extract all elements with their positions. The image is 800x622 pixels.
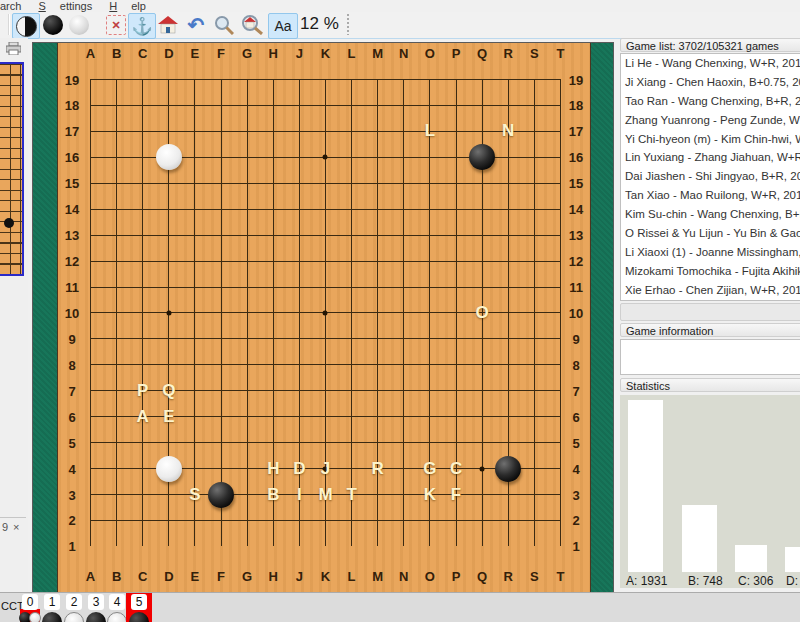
delete-x-button[interactable]: ✕ <box>106 15 126 35</box>
stat-bar-A <box>628 400 663 572</box>
coord-col-bottom: H <box>269 569 278 584</box>
magnifier-home-icon <box>241 15 263 35</box>
mini-stone-black <box>4 218 14 228</box>
printer-icon[interactable] <box>6 42 21 55</box>
continuation-label-J[interactable]: J <box>321 459 330 479</box>
bottom-move-bar: CCT 012345 <box>0 592 800 622</box>
coord-row-right: 4 <box>572 461 579 476</box>
coord-col-bottom: G <box>242 569 252 584</box>
continuation-label-P[interactable]: P <box>137 381 148 401</box>
coord-col-top: T <box>556 46 564 61</box>
stat-bar-D <box>785 547 800 572</box>
go-board-panel: AABBCCDDEEFFGGHHJJKKLLMMNNOOPPQQRRSSTT19… <box>32 42 614 594</box>
coord-row-left: 3 <box>68 487 75 502</box>
coord-col-bottom: L <box>348 569 356 584</box>
coord-col-bottom: O <box>425 569 435 584</box>
coord-row-left: 6 <box>68 409 75 424</box>
toolbar-separator <box>8 14 10 35</box>
anchor-button[interactable]: ⚓ <box>128 13 156 39</box>
coord-row-right: 17 <box>569 124 583 139</box>
game-list-item[interactable]: Tan Xiao - Mao Ruilong, W+R, 2019- <box>621 186 800 205</box>
sidebar-pane-header: 9 × <box>0 521 26 535</box>
statistics-chart: A: 1931B: 748C: 306D: <box>620 395 800 588</box>
pane-partial-text: 9 <box>2 521 8 533</box>
coord-col-bottom: D <box>164 569 173 584</box>
game-list-item[interactable]: Mizokami Tomochika - Fujita Akihiko <box>621 262 800 281</box>
coord-row-left: 7 <box>68 383 75 398</box>
coord-col-bottom: C <box>138 569 147 584</box>
continuation-label-B[interactable]: B <box>267 485 279 505</box>
sidebar-divider <box>0 517 26 518</box>
continuation-label-A[interactable]: A <box>137 407 149 427</box>
game-list-item[interactable]: Lin Yuxiang - Zhang Jiahuan, W+R, 20 <box>621 148 800 167</box>
stone-black[interactable] <box>469 144 495 170</box>
coord-row-left: 9 <box>68 331 75 346</box>
coord-col-bottom: Q <box>477 569 487 584</box>
coord-col-bottom: R <box>504 569 513 584</box>
coord-col-top: A <box>86 46 95 61</box>
continuation-label-G[interactable]: G <box>423 459 436 479</box>
coord-col-bottom: B <box>112 569 121 584</box>
coord-row-right: 7 <box>572 383 579 398</box>
game-list-item[interactable]: Li Xiaoxi (1) - Joanne Missingham, W <box>621 243 800 262</box>
continuation-label-L[interactable]: L <box>425 121 435 141</box>
half-stone-toggle-button[interactable] <box>12 13 40 39</box>
star-point <box>323 310 328 315</box>
coord-col-bottom: K <box>321 569 330 584</box>
tab-stone-white <box>29 612 41 622</box>
coord-col-top: L <box>348 46 356 61</box>
font-button[interactable]: Aa <box>268 13 298 39</box>
magnifier-icon <box>214 15 234 35</box>
coord-row-right: 19 <box>569 72 583 87</box>
coord-row-right: 8 <box>572 357 579 372</box>
continuation-label-O[interactable]: O <box>476 303 489 323</box>
coord-row-right: 6 <box>572 409 579 424</box>
coord-row-right: 5 <box>572 435 579 450</box>
coord-col-top: K <box>321 46 330 61</box>
coord-row-left: 11 <box>65 280 79 295</box>
move-tab-5[interactable]: 5 <box>131 594 147 610</box>
coord-col-top: D <box>164 46 173 61</box>
coord-row-right: 18 <box>569 98 583 113</box>
font-aa-label: Aa <box>274 18 291 34</box>
coord-col-top: Q <box>477 46 487 61</box>
black-stone-button[interactable] <box>40 13 66 37</box>
coord-col-top: C <box>138 46 147 61</box>
continuation-label-M[interactable]: M <box>318 485 332 505</box>
home-button[interactable] <box>155 13 181 37</box>
white-stone-button[interactable] <box>66 13 92 37</box>
coord-row-left: 4 <box>68 461 75 476</box>
coord-col-top: O <box>425 46 435 61</box>
coord-row-right: 16 <box>569 150 583 165</box>
continuation-label-F[interactable]: F <box>451 485 461 505</box>
coord-col-top: J <box>296 46 303 61</box>
game-list-item[interactable]: Li He - Wang Chenxing, W+R, 2019-0 <box>621 54 800 73</box>
half-stone-icon <box>16 16 37 37</box>
coord-row-left: 5 <box>68 435 75 450</box>
stat-bar-B <box>682 505 717 572</box>
tab-stone-white <box>64 612 84 622</box>
stone-black[interactable] <box>495 456 521 482</box>
game-list-item[interactable]: Xie Erhao - Chen Zijian, W+R, 2019-0 <box>621 281 800 300</box>
continuation-label-Q[interactable]: Q <box>162 381 175 401</box>
home-icon <box>158 16 178 34</box>
coord-row-left: 2 <box>68 513 75 528</box>
tab-stone-white <box>107 612 127 622</box>
coord-col-top: G <box>242 46 252 61</box>
continuation-label-T[interactable]: T <box>346 485 356 505</box>
coord-row-left: 10 <box>65 305 79 320</box>
coord-row-right: 3 <box>572 487 579 502</box>
coord-col-bottom: N <box>399 569 408 584</box>
continuation-label-I[interactable]: I <box>297 485 302 505</box>
coord-col-bottom: M <box>372 569 383 584</box>
move-tab-0[interactable]: 0 <box>22 594 38 610</box>
coord-row-left: 19 <box>65 72 79 87</box>
stone-white[interactable] <box>156 456 182 482</box>
tab-stone-black <box>42 612 62 622</box>
undo-button[interactable]: ↶ <box>183 13 209 37</box>
white-stone-icon <box>69 15 89 35</box>
coord-row-left: 18 <box>65 98 79 113</box>
zoom-button[interactable] <box>211 13 237 37</box>
menu-item-help[interactable]: Help <box>109 0 146 12</box>
coord-row-left: 16 <box>65 150 79 165</box>
toolbar: ✕ ⚓ ↶ Aa 12 % <box>0 12 800 39</box>
tab-stone-black <box>86 612 106 622</box>
stone-white[interactable] <box>156 144 182 170</box>
toolbar-handle[interactable] <box>347 14 349 35</box>
statistics-header[interactable]: Statistics <box>620 378 800 392</box>
coord-col-top: H <box>269 46 278 61</box>
coord-col-bottom: S <box>530 569 539 584</box>
stone-black[interactable] <box>208 482 234 508</box>
coord-row-left: 14 <box>65 202 79 217</box>
pane-close-icon[interactable]: × <box>13 521 19 533</box>
left-sidebar: 9 × <box>0 38 28 622</box>
pattern-search-button[interactable] <box>239 13 265 37</box>
game-information-header[interactable]: Game information <box>620 323 800 337</box>
continuation-label-E[interactable]: E <box>163 407 174 427</box>
star-point <box>480 466 485 471</box>
coord-row-right: 13 <box>569 228 583 243</box>
coord-col-top: M <box>372 46 383 61</box>
coord-col-top: E <box>191 46 200 61</box>
black-stone-icon <box>43 15 63 35</box>
collapsed-section[interactable] <box>620 303 800 321</box>
zoom-level-label: 12 % <box>300 14 339 34</box>
coord-row-right: 12 <box>569 254 583 269</box>
pattern-thumbnail[interactable] <box>0 62 24 276</box>
coord-col-top: R <box>504 46 513 61</box>
game-list-header[interactable]: Game list: 3702/105321 games <box>620 38 800 52</box>
continuation-label-N[interactable]: N <box>502 121 514 141</box>
continuation-label-K[interactable]: K <box>424 485 436 505</box>
stat-bar-C <box>735 545 767 572</box>
game-list-item[interactable]: Tao Ran - Wang Chenxing, B+R, 2019 <box>621 92 800 111</box>
coord-col-bottom: F <box>217 569 225 584</box>
game-list-item[interactable]: Yi Chi-hyeon (m) - Kim Chin-hwi, W+ <box>621 130 800 149</box>
stat-bar-label-D: D: <box>786 574 798 588</box>
go-board[interactable]: AABBCCDDEEFFGGHHJJKKLLMMNNOOPPQQRRSSTT19… <box>57 43 591 593</box>
anchor-icon: ⚓ <box>131 18 152 35</box>
menu-item-settings[interactable]: Settings <box>38 0 92 12</box>
coord-row-right: 1 <box>572 539 579 554</box>
coord-row-right: 14 <box>569 202 583 217</box>
coord-col-bottom: A <box>86 569 95 584</box>
continuation-label-R[interactable]: R <box>372 459 384 479</box>
coord-col-top: F <box>217 46 225 61</box>
coord-row-right: 15 <box>569 176 583 191</box>
coord-row-right: 2 <box>572 513 579 528</box>
stat-bar-label-B: B: 748 <box>688 574 723 588</box>
coord-row-right: 11 <box>569 280 583 295</box>
coord-row-left: 8 <box>68 357 75 372</box>
coord-col-top: P <box>452 46 461 61</box>
continuation-label-C[interactable]: C <box>450 459 462 479</box>
x-icon: ✕ <box>111 19 120 32</box>
coord-col-bottom: P <box>452 569 461 584</box>
star-point <box>323 155 328 160</box>
coord-col-bottom: T <box>556 569 564 584</box>
menu-bar: arch Settings Help <box>0 0 800 12</box>
game-list-item[interactable]: Kim Su-chin - Wang Chenxing, B+R, 2 <box>621 205 800 224</box>
menu-item-search[interactable]: arch <box>0 0 21 12</box>
game-list-item[interactable]: O Rissei & Yu Lijun - Yu Bin & Gao Xi <box>621 224 800 243</box>
continuation-label-D[interactable]: D <box>293 459 305 479</box>
coord-col-top: B <box>112 46 121 61</box>
undo-arrow-icon: ↶ <box>188 15 205 35</box>
continuation-label-S[interactable]: S <box>189 485 200 505</box>
coord-row-left: 17 <box>65 124 79 139</box>
coord-col-bottom: E <box>191 569 200 584</box>
move-tab-2[interactable]: 2 <box>66 594 82 610</box>
coord-row-right: 9 <box>572 331 579 346</box>
coord-col-top: S <box>530 46 539 61</box>
coord-col-bottom: J <box>296 569 303 584</box>
coord-row-left: 13 <box>65 228 79 243</box>
stat-bar-label-C: C: 306 <box>738 574 773 588</box>
continuation-label-H[interactable]: H <box>267 459 279 479</box>
coord-col-top: N <box>399 46 408 61</box>
game-list-item[interactable]: Dai Jiashen - Shi Jingyao, B+R, 2019- <box>621 167 800 186</box>
game-list: Li He - Wang Chenxing, W+R, 2019-0Ji Xia… <box>620 53 800 301</box>
stat-bar-label-A: A: 1931 <box>626 574 667 588</box>
coord-row-left: 12 <box>65 254 79 269</box>
coord-row-left: 1 <box>68 539 75 554</box>
game-list-item[interactable]: Ji Xiang - Chen Haoxin, B+0.75, 2019 <box>621 73 800 92</box>
move-tab-4[interactable]: 4 <box>109 594 125 610</box>
game-list-item[interactable]: Zhang Yuanrong - Peng Zunde, W+1. <box>621 111 800 130</box>
star-point <box>166 310 171 315</box>
move-tab-3[interactable]: 3 <box>88 594 104 610</box>
coord-row-right: 10 <box>569 305 583 320</box>
move-tab-1[interactable]: 1 <box>44 594 60 610</box>
game-information-box <box>620 339 800 375</box>
coord-row-left: 15 <box>65 176 79 191</box>
